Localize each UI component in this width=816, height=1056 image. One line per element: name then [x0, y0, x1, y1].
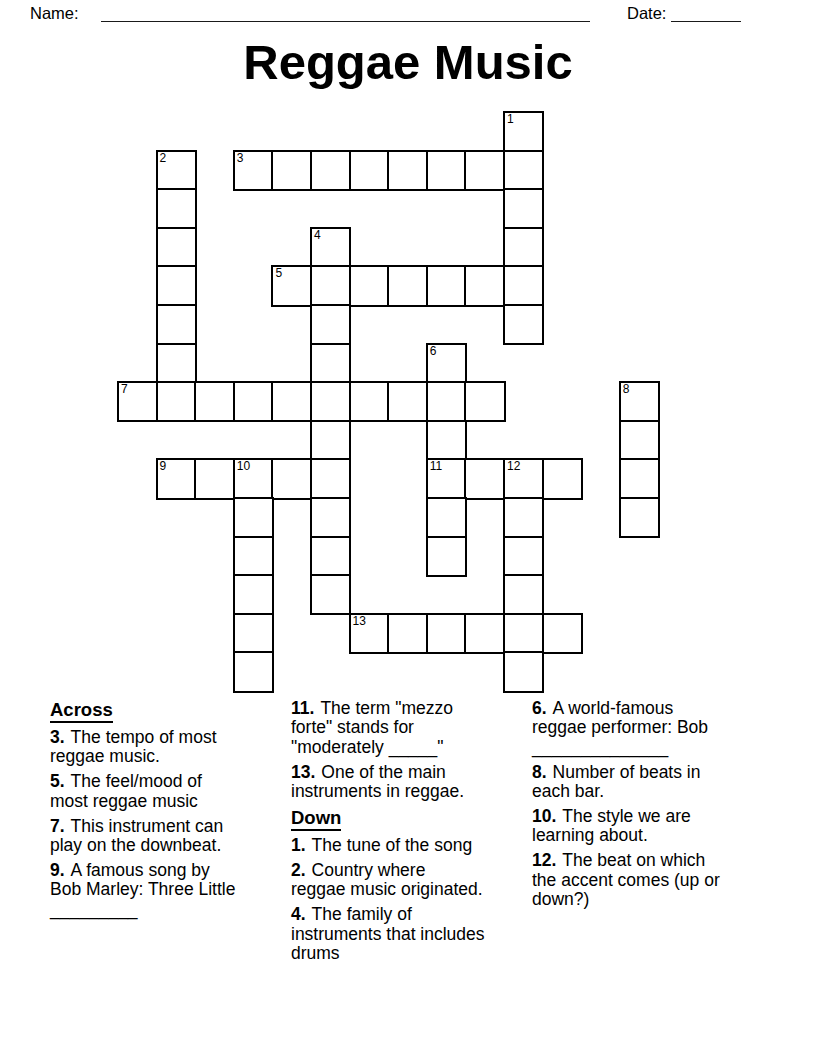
grid-cell-r10c5[interactable]	[310, 497, 351, 538]
grid-cell-r10c8[interactable]	[426, 497, 467, 538]
clue-text: A famous song by Bob Marley: Three Littl…	[50, 860, 235, 919]
clue-number: 6.	[532, 698, 547, 718]
grid-cell-r5c5[interactable]	[310, 304, 351, 345]
grid-cell-r7c5[interactable]	[310, 381, 351, 422]
grid-cell-r7c13[interactable]: 8	[619, 381, 660, 422]
clue-number: 10.	[532, 806, 556, 826]
grid-cell-r6c8[interactable]: 6	[426, 343, 467, 384]
grid-cell-r4c9[interactable]	[464, 265, 505, 306]
grid-cell-r9c4[interactable]	[271, 458, 312, 499]
cell-number-2: 2	[160, 152, 167, 165]
down-clue-1: 1.The tune of the song	[291, 836, 539, 855]
grid-cell-r9c1[interactable]: 9	[156, 458, 197, 499]
grid-cell-r14c10[interactable]	[503, 651, 544, 692]
grid-cell-r11c5[interactable]	[310, 536, 351, 577]
grid-cell-r1c3[interactable]: 3	[233, 150, 274, 191]
grid-cell-r4c5[interactable]	[310, 265, 351, 306]
clue-number: 2.	[291, 860, 306, 880]
grid-cell-r1c9[interactable]	[464, 150, 505, 191]
grid-cell-r7c2[interactable]	[194, 381, 235, 422]
clue-number: 11.	[291, 698, 314, 718]
grid-cell-r7c9[interactable]	[464, 381, 505, 422]
grid-cell-r1c6[interactable]	[349, 150, 390, 191]
grid-cell-r2c1[interactable]	[156, 188, 197, 229]
grid-cell-r3c5[interactable]: 4	[310, 227, 351, 268]
clue-number: 3.	[50, 727, 65, 747]
across-clue-7: 7.This instrument can play on the downbe…	[50, 817, 295, 856]
clue-text: The tune of the song	[312, 835, 473, 855]
grid-cell-r1c7[interactable]	[387, 150, 428, 191]
down-clue-12: 12.The beat on which the accent comes (u…	[532, 851, 772, 909]
grid-cell-r11c3[interactable]	[233, 536, 274, 577]
grid-cell-r8c5[interactable]	[310, 420, 351, 461]
grid-cell-r3c10[interactable]	[503, 227, 544, 268]
grid-cell-r3c1[interactable]	[156, 227, 197, 268]
clue-number: 7.	[50, 816, 65, 836]
crossword-worksheet: Name: Date: Reggae Music 123456789101112…	[0, 0, 816, 1056]
grid-cell-r6c5[interactable]	[310, 343, 351, 384]
grid-cell-r9c8[interactable]: 11	[426, 458, 467, 499]
grid-cell-r7c8[interactable]	[426, 381, 467, 422]
across-clue-9: 9.A famous song by Bob Marley: Three Lit…	[50, 861, 295, 919]
grid-cell-r6c1[interactable]	[156, 343, 197, 384]
grid-cell-r7c4[interactable]	[271, 381, 312, 422]
cell-number-4: 4	[314, 229, 321, 242]
grid-cell-r4c10[interactable]	[503, 265, 544, 306]
cell-number-5: 5	[275, 267, 282, 280]
grid-cell-r10c13[interactable]	[619, 497, 660, 538]
grid-cell-r7c0[interactable]: 7	[117, 381, 158, 422]
grid-cell-r1c1[interactable]: 2	[156, 150, 197, 191]
grid-cell-r9c11[interactable]	[542, 458, 583, 499]
clue-text: The feel/mood of most reggae music	[50, 771, 202, 810]
grid-cell-r11c8[interactable]	[426, 536, 467, 577]
cell-number-11: 11	[430, 460, 442, 473]
name-label: Name:	[30, 4, 79, 23]
grid-cell-r5c10[interactable]	[503, 304, 544, 345]
cell-number-8: 8	[623, 383, 630, 396]
grid-cell-r9c13[interactable]	[619, 458, 660, 499]
grid-cell-r9c2[interactable]	[194, 458, 235, 499]
clue-number: 13.	[291, 762, 315, 782]
grid-cell-r7c7[interactable]	[387, 381, 428, 422]
grid-cell-r7c3[interactable]	[233, 381, 274, 422]
clue-number: 1.	[291, 835, 306, 855]
clue-number: 5.	[50, 771, 65, 791]
cell-number-12: 12	[507, 460, 520, 473]
grid-cell-r0c10[interactable]: 1	[503, 111, 544, 152]
grid-cell-r1c8[interactable]	[426, 150, 467, 191]
cell-number-3: 3	[237, 152, 244, 165]
grid-cell-r1c10[interactable]	[503, 150, 544, 191]
down-clue-4: 4.The family of instruments that include…	[291, 905, 539, 963]
across-clue-5: 5.The feel/mood of most reggae music	[50, 772, 295, 811]
grid-cell-r1c5[interactable]	[310, 150, 351, 191]
grid-cell-r4c8[interactable]	[426, 265, 467, 306]
across-clue-3: 3.The tempo of most reggae music.	[50, 728, 295, 767]
down-clue-6: 6.A world-famous reggae performer: Bob _…	[532, 699, 772, 757]
cell-number-6: 6	[430, 345, 437, 358]
grid-cell-r8c8[interactable]	[426, 420, 467, 461]
clue-text: This instrument can play on the downbeat…	[50, 816, 223, 855]
grid-cell-r7c6[interactable]	[349, 381, 390, 422]
clue-column-right: 6.A world-famous reggae performer: Bob _…	[532, 699, 772, 915]
date-blank-line	[671, 21, 741, 22]
grid-cell-r13c9[interactable]	[464, 613, 505, 654]
across-clue-13: 13.One of the main instruments in reggae…	[291, 763, 539, 802]
puzzle-title: Reggae Music	[0, 34, 816, 90]
heading-text: Across	[50, 699, 113, 723]
grid-cell-r14c3[interactable]	[233, 651, 274, 692]
grid-cell-r13c8[interactable]	[426, 613, 467, 654]
across-clue-11: 11.The term "mezzo forte" stands for "mo…	[291, 699, 539, 757]
cell-number-1: 1	[507, 113, 514, 126]
grid-cell-r9c5[interactable]	[310, 458, 351, 499]
grid-cell-r5c1[interactable]	[156, 304, 197, 345]
clue-text: A world-famous reggae performer: Bob ___…	[532, 698, 708, 757]
clue-text: The tempo of most reggae music.	[50, 727, 217, 766]
cell-number-9: 9	[160, 460, 167, 473]
grid-cell-r10c3[interactable]	[233, 497, 274, 538]
clue-column-middle: 11.The term "mezzo forte" stands for "mo…	[291, 699, 539, 969]
down-clue-8: 8.Number of beats in each bar.	[532, 763, 772, 802]
cell-number-13: 13	[353, 615, 366, 628]
grid-cell-r13c11[interactable]	[542, 613, 583, 654]
grid-cell-r13c7[interactable]	[387, 613, 428, 654]
grid-cell-r10c10[interactable]	[503, 497, 544, 538]
down-clue-10: 10.The style we are learning about.	[532, 807, 772, 846]
clue-number: 8.	[532, 762, 547, 782]
grid-cell-r11c10[interactable]	[503, 536, 544, 577]
grid-cell-r4c4[interactable]: 5	[271, 265, 312, 306]
grid-cell-r12c5[interactable]	[310, 574, 351, 615]
grid-cell-r13c3[interactable]	[233, 613, 274, 654]
grid-cell-r2c10[interactable]	[503, 188, 544, 229]
down-heading: Down	[291, 807, 539, 829]
clue-text: The beat on which the accent comes (up o…	[532, 850, 720, 909]
grid-cell-r12c10[interactable]	[503, 574, 544, 615]
grid-cell-r9c9[interactable]	[464, 458, 505, 499]
clue-text: The term "mezzo forte" stands for "moder…	[291, 698, 453, 757]
clue-text: Country where reggae music originated.	[291, 860, 483, 899]
grid-cell-r13c6[interactable]: 13	[349, 613, 390, 654]
date-label: Date:	[627, 4, 666, 23]
clue-text: Number of beats in each bar.	[532, 762, 700, 801]
clue-text: One of the main instruments in reggae.	[291, 762, 464, 801]
clue-number: 4.	[291, 904, 306, 924]
down-clue-2: 2.Country where reggae music originated.	[291, 861, 539, 900]
clue-number: 9.	[50, 860, 65, 880]
cell-number-7: 7	[121, 383, 128, 396]
across-heading: Across	[50, 699, 295, 721]
cell-number-10: 10	[237, 460, 250, 473]
grid-cell-r13c10[interactable]	[503, 613, 544, 654]
name-blank-line	[101, 21, 590, 22]
clue-number: 12.	[532, 850, 556, 870]
grid-cell-r12c3[interactable]	[233, 574, 274, 615]
grid-cell-r1c4[interactable]	[271, 150, 312, 191]
clue-column-left: Across3.The tempo of most reggae music.5…	[50, 699, 295, 925]
grid-cell-r4c1[interactable]	[156, 265, 197, 306]
grid-cell-r8c13[interactable]	[619, 420, 660, 461]
grid-cell-r9c10[interactable]: 12	[503, 458, 544, 499]
clue-text: The family of instruments that includes …	[291, 904, 485, 963]
heading-text: Down	[291, 807, 341, 831]
grid-cell-r4c6[interactable]	[349, 265, 390, 306]
grid-cell-r4c7[interactable]	[387, 265, 428, 306]
grid-cell-r9c3[interactable]: 10	[233, 458, 274, 499]
grid-cell-r7c1[interactable]	[156, 381, 197, 422]
